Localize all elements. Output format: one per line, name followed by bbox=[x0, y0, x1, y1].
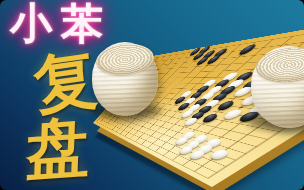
stone-bowl-left bbox=[92, 42, 158, 116]
star-point bbox=[141, 126, 143, 127]
thumbnail: 小苯 复 盘 bbox=[0, 0, 304, 190]
star-point bbox=[238, 106, 244, 108]
title-char-pan: 盘 bbox=[25, 114, 91, 183]
